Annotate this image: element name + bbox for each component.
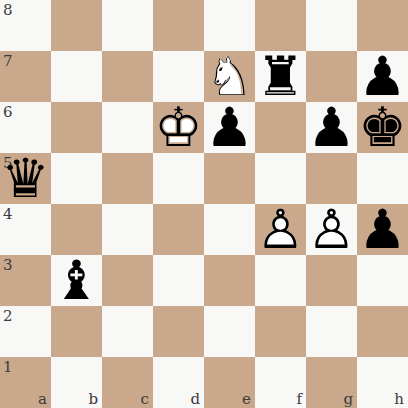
square-f3[interactable] — [255, 255, 306, 306]
square-h1[interactable]: h — [357, 357, 408, 408]
square-e2[interactable] — [204, 306, 255, 357]
square-c1[interactable]: c — [102, 357, 153, 408]
black-pawn: ♟ — [306, 102, 357, 153]
square-f2[interactable] — [255, 306, 306, 357]
square-f7[interactable]: ♜ — [255, 51, 306, 102]
square-c7[interactable] — [102, 51, 153, 102]
square-e8[interactable] — [204, 0, 255, 51]
square-d4[interactable] — [153, 204, 204, 255]
rank-label-5: 5 — [3, 153, 13, 173]
square-h7[interactable]: ♟ — [357, 51, 408, 102]
square-a4[interactable]: 4 — [0, 204, 51, 255]
black-pawn: ♟ — [357, 204, 408, 255]
square-f5[interactable] — [255, 153, 306, 204]
white-king-fill: ♚ — [153, 102, 204, 153]
square-b4[interactable] — [51, 204, 102, 255]
rank-label-8: 8 — [3, 0, 13, 20]
square-h5[interactable] — [357, 153, 408, 204]
black-pawn: ♟ — [357, 51, 408, 102]
rank-label-1: 1 — [3, 357, 13, 377]
square-e1[interactable]: e — [204, 357, 255, 408]
square-c8[interactable] — [102, 0, 153, 51]
square-a6[interactable]: 6 — [0, 102, 51, 153]
square-a2[interactable]: 2 — [0, 306, 51, 357]
square-e5[interactable] — [204, 153, 255, 204]
black-rook: ♜ — [255, 51, 306, 102]
black-pawn: ♟ — [204, 102, 255, 153]
square-a8[interactable]: 8 — [0, 0, 51, 51]
file-label-d: d — [190, 391, 200, 408]
white-pawn-fill: ♟ — [255, 204, 306, 255]
white-king: ♔ — [153, 102, 204, 153]
square-g1[interactable]: g — [306, 357, 357, 408]
square-d1[interactable]: d — [153, 357, 204, 408]
square-e7[interactable]: ♞♘ — [204, 51, 255, 102]
white-pawn-fill: ♟ — [306, 204, 357, 255]
black-queen: ♛ — [0, 153, 51, 204]
square-a7[interactable]: 7 — [0, 51, 51, 102]
square-g6[interactable]: ♟ — [306, 102, 357, 153]
square-c3[interactable] — [102, 255, 153, 306]
square-c4[interactable] — [102, 204, 153, 255]
square-g3[interactable] — [306, 255, 357, 306]
file-label-e: e — [242, 391, 251, 408]
square-d3[interactable] — [153, 255, 204, 306]
square-c2[interactable] — [102, 306, 153, 357]
square-f1[interactable]: f — [255, 357, 306, 408]
square-g8[interactable] — [306, 0, 357, 51]
rank-label-6: 6 — [3, 102, 13, 122]
square-d2[interactable] — [153, 306, 204, 357]
square-b5[interactable] — [51, 153, 102, 204]
square-b3[interactable]: ♝ — [51, 255, 102, 306]
square-h8[interactable] — [357, 0, 408, 51]
white-pawn: ♙ — [255, 204, 306, 255]
square-h4[interactable]: ♟ — [357, 204, 408, 255]
square-a5[interactable]: 5♛ — [0, 153, 51, 204]
white-knight-fill: ♞ — [204, 51, 255, 102]
square-c5[interactable] — [102, 153, 153, 204]
file-label-b: b — [88, 391, 98, 408]
square-d7[interactable] — [153, 51, 204, 102]
square-g4[interactable]: ♟♙ — [306, 204, 357, 255]
square-h6[interactable]: ♚ — [357, 102, 408, 153]
rank-label-3: 3 — [3, 255, 13, 275]
white-knight: ♘ — [204, 51, 255, 102]
rank-label-7: 7 — [3, 51, 13, 71]
square-b6[interactable] — [51, 102, 102, 153]
square-h2[interactable] — [357, 306, 408, 357]
file-label-g: g — [343, 391, 353, 408]
square-d6[interactable]: ♚♔ — [153, 102, 204, 153]
black-king: ♚ — [357, 102, 408, 153]
file-label-f: f — [296, 391, 302, 408]
square-d5[interactable] — [153, 153, 204, 204]
square-e4[interactable] — [204, 204, 255, 255]
square-a3[interactable]: 3 — [0, 255, 51, 306]
square-h3[interactable] — [357, 255, 408, 306]
rank-label-2: 2 — [3, 306, 13, 326]
square-g5[interactable] — [306, 153, 357, 204]
file-label-c: c — [141, 391, 149, 408]
rank-label-4: 4 — [3, 204, 13, 224]
black-bishop: ♝ — [51, 255, 102, 306]
square-f6[interactable] — [255, 102, 306, 153]
file-label-a: a — [38, 391, 47, 408]
square-a1[interactable]: 1a — [0, 357, 51, 408]
square-c6[interactable] — [102, 102, 153, 153]
square-g7[interactable] — [306, 51, 357, 102]
square-g2[interactable] — [306, 306, 357, 357]
file-label-h: h — [394, 391, 404, 408]
square-b8[interactable] — [51, 0, 102, 51]
square-e6[interactable]: ♟ — [204, 102, 255, 153]
square-b7[interactable] — [51, 51, 102, 102]
square-b2[interactable] — [51, 306, 102, 357]
chess-board: 87♞♘♜♟6♚♔♟♟♚5♛4♟♙♟♙♟3♝21abcdefgh — [0, 0, 408, 408]
square-f4[interactable]: ♟♙ — [255, 204, 306, 255]
square-f8[interactable] — [255, 0, 306, 51]
white-pawn: ♙ — [306, 204, 357, 255]
square-d8[interactable] — [153, 0, 204, 51]
square-e3[interactable] — [204, 255, 255, 306]
square-b1[interactable]: b — [51, 357, 102, 408]
